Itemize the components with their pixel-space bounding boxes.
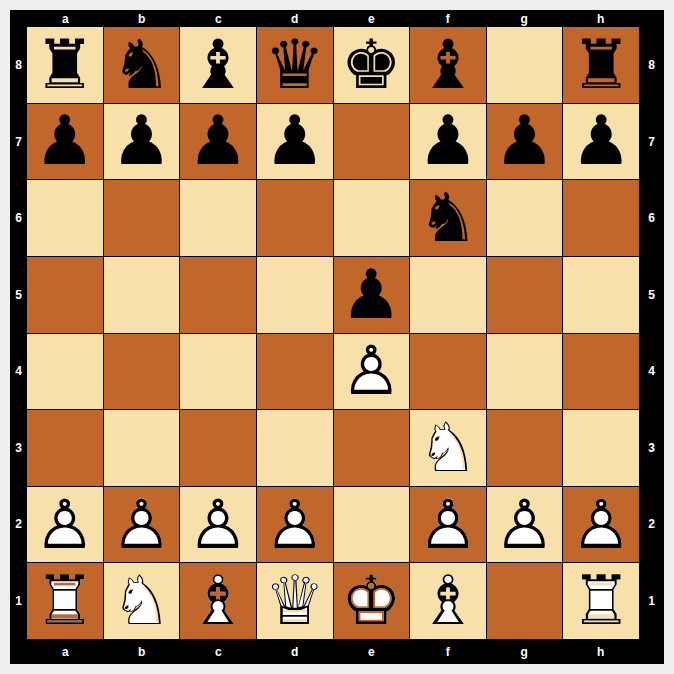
- piece-black-knight: ♞: [104, 27, 180, 103]
- file-labels-bottom: abcdefgh: [27, 639, 639, 664]
- square-g4[interactable]: [487, 334, 563, 410]
- square-b4[interactable]: [104, 334, 180, 410]
- piece-white-rook: ♜♖: [563, 563, 639, 639]
- square-a2[interactable]: ♟♙: [27, 487, 103, 563]
- file-label-a: a: [27, 639, 104, 664]
- rank-label-8: 8: [639, 27, 664, 104]
- square-e2[interactable]: [334, 487, 410, 563]
- square-e1[interactable]: ♚♔: [334, 563, 410, 639]
- piece-white-pawn: ♟♙: [257, 487, 333, 563]
- square-c7[interactable]: ♟: [180, 104, 256, 180]
- square-c8[interactable]: ♝: [180, 27, 256, 103]
- piece-black-knight: ♞: [410, 180, 486, 256]
- piece-white-pawn: ♟♙: [410, 487, 486, 563]
- piece-black-rook: ♜: [563, 27, 639, 103]
- black-bishop-icon: ♝: [188, 31, 249, 99]
- rank-label-1: 1: [10, 563, 27, 640]
- black-queen-icon: ♛: [264, 31, 325, 99]
- file-label-f: f: [410, 639, 487, 664]
- square-g1[interactable]: [487, 563, 563, 639]
- square-g7[interactable]: ♟: [487, 104, 563, 180]
- square-b1[interactable]: ♞♘: [104, 563, 180, 639]
- file-label-g: g: [486, 10, 563, 27]
- white-knight-outline-icon: ♘: [417, 414, 478, 482]
- black-king-icon: ♚: [341, 31, 402, 99]
- rank-label-3: 3: [639, 410, 664, 487]
- white-rook-outline-icon: ♖: [34, 567, 95, 635]
- piece-black-pawn: ♟: [487, 104, 563, 180]
- square-g2[interactable]: ♟♙: [487, 487, 563, 563]
- piece-white-pawn: ♟♙: [334, 334, 410, 410]
- square-a1[interactable]: ♜♖: [27, 563, 103, 639]
- square-f2[interactable]: ♟♙: [410, 487, 486, 563]
- white-queen-outline-icon: ♕: [264, 567, 325, 635]
- square-e4[interactable]: ♟♙: [334, 334, 410, 410]
- square-f3[interactable]: ♞♘: [410, 410, 486, 486]
- black-bishop-icon: ♝: [417, 31, 478, 99]
- square-g6[interactable]: [487, 180, 563, 256]
- square-h8[interactable]: ♜: [563, 27, 639, 103]
- square-d4[interactable]: [257, 334, 333, 410]
- white-pawn-outline-icon: ♙: [188, 491, 249, 559]
- square-h5[interactable]: [563, 257, 639, 333]
- piece-black-pawn: ♟: [180, 104, 256, 180]
- black-pawn-icon: ♟: [341, 261, 402, 329]
- square-b2[interactable]: ♟♙: [104, 487, 180, 563]
- rank-labels-right: 87654321: [639, 27, 664, 639]
- board: ♜♞♝♛♚♝♜♟♟♟♟♟♟♟♞♟♟♙♞♘♟♙♟♙♟♙♟♙♟♙♟♙♟♙♜♖♞♘♝♗…: [27, 27, 639, 639]
- white-knight-outline-icon: ♘: [111, 567, 172, 635]
- square-f5[interactable]: [410, 257, 486, 333]
- piece-white-bishop: ♝♗: [410, 563, 486, 639]
- piece-black-pawn: ♟: [563, 104, 639, 180]
- square-e3[interactable]: [334, 410, 410, 486]
- square-f6[interactable]: ♞: [410, 180, 486, 256]
- square-d1[interactable]: ♛♕: [257, 563, 333, 639]
- piece-white-pawn: ♟♙: [563, 487, 639, 563]
- rank-label-5: 5: [639, 257, 664, 334]
- piece-black-pawn: ♟: [257, 104, 333, 180]
- square-a6[interactable]: [27, 180, 103, 256]
- black-pawn-icon: ♟: [34, 107, 95, 175]
- square-b6[interactable]: [104, 180, 180, 256]
- white-pawn-outline-icon: ♙: [571, 491, 632, 559]
- square-c4[interactable]: [180, 334, 256, 410]
- square-h2[interactable]: ♟♙: [563, 487, 639, 563]
- piece-white-pawn: ♟♙: [487, 487, 563, 563]
- square-h7[interactable]: ♟: [563, 104, 639, 180]
- piece-white-bishop: ♝♗: [180, 563, 256, 639]
- rank-label-4: 4: [10, 333, 27, 410]
- square-e6[interactable]: [334, 180, 410, 256]
- piece-white-king: ♚♔: [334, 563, 410, 639]
- square-c1[interactable]: ♝♗: [180, 563, 256, 639]
- square-e7[interactable]: [334, 104, 410, 180]
- white-bishop-outline-icon: ♗: [188, 567, 249, 635]
- rank-label-4: 4: [639, 333, 664, 410]
- piece-black-rook: ♜: [27, 27, 103, 103]
- piece-white-pawn: ♟♙: [180, 487, 256, 563]
- file-label-e: e: [333, 639, 410, 664]
- board-frame: abcdefgh 87654321 ♜♞♝♛♚♝♜♟♟♟♟♟♟♟♞♟♟♙♞♘♟♙…: [10, 10, 664, 664]
- white-bishop-outline-icon: ♗: [417, 567, 478, 635]
- black-knight-icon: ♞: [417, 184, 478, 252]
- piece-white-pawn: ♟♙: [104, 487, 180, 563]
- square-d8[interactable]: ♛: [257, 27, 333, 103]
- black-pawn-icon: ♟: [571, 107, 632, 175]
- square-d2[interactable]: ♟♙: [257, 487, 333, 563]
- square-d7[interactable]: ♟: [257, 104, 333, 180]
- rank-label-5: 5: [10, 257, 27, 334]
- chess-app: abcdefgh 87654321 ♜♞♝♛♚♝♜♟♟♟♟♟♟♟♞♟♟♙♞♘♟♙…: [0, 0, 674, 674]
- white-rook-outline-icon: ♖: [571, 567, 632, 635]
- black-pawn-icon: ♟: [417, 107, 478, 175]
- file-label-g: g: [486, 639, 563, 664]
- piece-white-rook: ♜♖: [27, 563, 103, 639]
- square-a7[interactable]: ♟: [27, 104, 103, 180]
- file-label-h: h: [563, 639, 640, 664]
- piece-white-knight: ♞♘: [104, 563, 180, 639]
- square-h1[interactable]: ♜♖: [563, 563, 639, 639]
- black-rook-icon: ♜: [571, 31, 632, 99]
- square-b7[interactable]: ♟: [104, 104, 180, 180]
- file-label-d: d: [257, 639, 334, 664]
- white-pawn-outline-icon: ♙: [341, 337, 402, 405]
- square-b3[interactable]: [104, 410, 180, 486]
- square-f1[interactable]: ♝♗: [410, 563, 486, 639]
- black-pawn-icon: ♟: [188, 107, 249, 175]
- piece-black-pawn: ♟: [27, 104, 103, 180]
- rank-label-1: 1: [639, 563, 664, 640]
- square-f4[interactable]: [410, 334, 486, 410]
- square-g3[interactable]: [487, 410, 563, 486]
- piece-black-king: ♚: [334, 27, 410, 103]
- white-pawn-outline-icon: ♙: [34, 491, 95, 559]
- rank-label-2: 2: [10, 486, 27, 563]
- piece-black-queen: ♛: [257, 27, 333, 103]
- square-d5[interactable]: [257, 257, 333, 333]
- black-pawn-icon: ♟: [494, 107, 555, 175]
- piece-black-pawn: ♟: [410, 104, 486, 180]
- square-c6[interactable]: [180, 180, 256, 256]
- square-c5[interactable]: [180, 257, 256, 333]
- square-a4[interactable]: [27, 334, 103, 410]
- black-knight-icon: ♞: [111, 31, 172, 99]
- square-h6[interactable]: [563, 180, 639, 256]
- piece-white-queen: ♛♕: [257, 563, 333, 639]
- square-a3[interactable]: [27, 410, 103, 486]
- square-h3[interactable]: [563, 410, 639, 486]
- rank-label-7: 7: [10, 104, 27, 181]
- rank-label-8: 8: [10, 27, 27, 104]
- square-d6[interactable]: [257, 180, 333, 256]
- white-pawn-outline-icon: ♙: [417, 491, 478, 559]
- square-c2[interactable]: ♟♙: [180, 487, 256, 563]
- white-pawn-outline-icon: ♙: [111, 491, 172, 559]
- square-g8[interactable]: [487, 27, 563, 103]
- square-b5[interactable]: [104, 257, 180, 333]
- square-c3[interactable]: [180, 410, 256, 486]
- black-rook-icon: ♜: [34, 31, 95, 99]
- square-f8[interactable]: ♝: [410, 27, 486, 103]
- piece-black-pawn: ♟: [104, 104, 180, 180]
- rank-label-7: 7: [639, 104, 664, 181]
- rank-labels-left: 87654321: [10, 27, 27, 639]
- piece-white-knight: ♞♘: [410, 410, 486, 486]
- black-pawn-icon: ♟: [264, 107, 325, 175]
- square-b8[interactable]: ♞: [104, 27, 180, 103]
- rank-label-6: 6: [10, 180, 27, 257]
- white-pawn-outline-icon: ♙: [494, 491, 555, 559]
- white-pawn-outline-icon: ♙: [264, 491, 325, 559]
- piece-black-bishop: ♝: [410, 27, 486, 103]
- file-label-c: c: [180, 639, 257, 664]
- square-a5[interactable]: [27, 257, 103, 333]
- piece-black-pawn: ♟: [334, 257, 410, 333]
- square-e8[interactable]: ♚: [334, 27, 410, 103]
- rank-label-6: 6: [639, 180, 664, 257]
- square-g5[interactable]: [487, 257, 563, 333]
- piece-black-bishop: ♝: [180, 27, 256, 103]
- square-e5[interactable]: ♟: [334, 257, 410, 333]
- square-h4[interactable]: [563, 334, 639, 410]
- black-pawn-icon: ♟: [111, 107, 172, 175]
- rank-label-2: 2: [639, 486, 664, 563]
- white-king-outline-icon: ♔: [341, 567, 402, 635]
- file-label-b: b: [104, 639, 181, 664]
- square-a8[interactable]: ♜: [27, 27, 103, 103]
- square-d3[interactable]: [257, 410, 333, 486]
- piece-white-pawn: ♟♙: [27, 487, 103, 563]
- square-f7[interactable]: ♟: [410, 104, 486, 180]
- rank-label-3: 3: [10, 410, 27, 487]
